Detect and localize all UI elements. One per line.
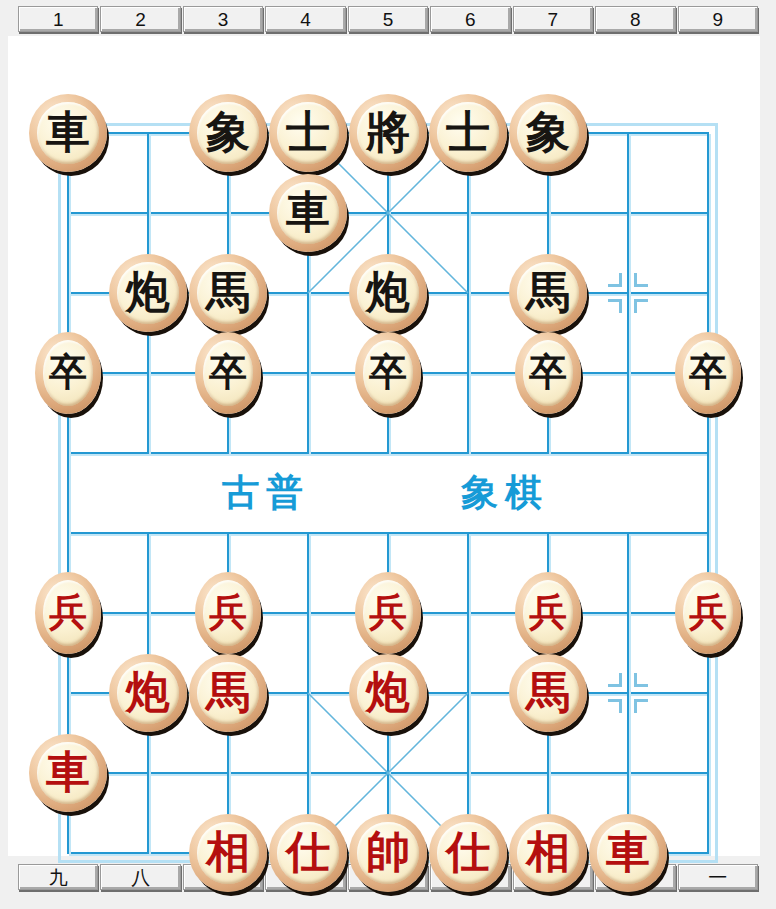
piece-black-rook[interactable]: 車 bbox=[29, 94, 107, 172]
file-button-top-9[interactable]: 9 bbox=[678, 6, 758, 32]
file-button-top-3[interactable]: 3 bbox=[183, 6, 263, 32]
piece-red-advisor[interactable]: 仕 bbox=[269, 814, 347, 892]
piece-red-horse[interactable]: 馬 bbox=[189, 654, 267, 732]
piece-character: 車 bbox=[46, 750, 90, 794]
piece-face: 車 bbox=[37, 102, 99, 164]
piece-face: 車 bbox=[277, 182, 339, 244]
piece-face: 馬 bbox=[197, 662, 259, 724]
piece-face: 炮 bbox=[357, 262, 419, 324]
piece-black-advisor[interactable]: 士 bbox=[269, 94, 347, 172]
piece-red-pawn[interactable]: 兵 bbox=[355, 572, 421, 654]
piece-character: 兵 bbox=[529, 593, 567, 631]
piece-red-advisor[interactable]: 仕 bbox=[429, 814, 507, 892]
piece-character: 仕 bbox=[286, 830, 330, 874]
piece-character: 馬 bbox=[206, 670, 250, 714]
piece-face: 馬 bbox=[517, 662, 579, 724]
piece-character: 象 bbox=[526, 110, 570, 154]
piece-character: 炮 bbox=[126, 270, 170, 314]
piece-face: 兵 bbox=[683, 580, 733, 646]
piece-red-rook[interactable]: 車 bbox=[29, 734, 107, 812]
piece-character: 兵 bbox=[209, 593, 247, 631]
grid-line bbox=[467, 532, 469, 854]
piece-character: 炮 bbox=[366, 670, 410, 714]
piece-character: 相 bbox=[206, 830, 250, 874]
piece-character: 士 bbox=[446, 110, 490, 154]
piece-face: 帥 bbox=[357, 822, 419, 884]
piece-black-pawn[interactable]: 卒 bbox=[515, 332, 581, 414]
piece-black-pawn[interactable]: 卒 bbox=[675, 332, 741, 414]
piece-face: 象 bbox=[197, 102, 259, 164]
piece-character: 車 bbox=[606, 830, 650, 874]
cannon-point-marker bbox=[634, 273, 648, 287]
piece-face: 兵 bbox=[363, 580, 413, 646]
piece-character: 相 bbox=[526, 830, 570, 874]
cannon-point-marker bbox=[634, 673, 648, 687]
piece-red-horse[interactable]: 馬 bbox=[509, 654, 587, 732]
piece-black-rook[interactable]: 車 bbox=[269, 174, 347, 252]
piece-face: 士 bbox=[437, 102, 499, 164]
piece-face: 相 bbox=[197, 822, 259, 884]
piece-face: 士 bbox=[277, 102, 339, 164]
piece-face: 炮 bbox=[117, 662, 179, 724]
cannon-point-marker bbox=[608, 673, 622, 687]
file-button-top-7[interactable]: 7 bbox=[513, 6, 593, 32]
piece-face: 卒 bbox=[683, 340, 733, 406]
piece-character: 卒 bbox=[529, 353, 567, 391]
cannon-point-marker bbox=[634, 699, 648, 713]
file-button-top-4[interactable]: 4 bbox=[265, 6, 345, 32]
piece-character: 卒 bbox=[209, 353, 247, 391]
piece-face: 馬 bbox=[517, 262, 579, 324]
cannon-point-marker bbox=[634, 299, 648, 313]
file-button-bottom-1[interactable]: 九 bbox=[18, 864, 98, 890]
piece-character: 帥 bbox=[366, 830, 410, 874]
piece-face: 象 bbox=[517, 102, 579, 164]
piece-face: 仕 bbox=[437, 822, 499, 884]
file-coordinate-bar-top: 123456789 bbox=[18, 6, 758, 32]
board-page: 古普 象棋 車象士將士象車炮馬炮馬卒卒卒卒卒兵兵兵兵兵炮馬炮馬車相仕帥仕相車 bbox=[8, 36, 760, 856]
piece-face: 仕 bbox=[277, 822, 339, 884]
piece-red-king[interactable]: 帥 bbox=[349, 814, 427, 892]
file-button-top-2[interactable]: 2 bbox=[100, 6, 180, 32]
piece-face: 卒 bbox=[43, 340, 93, 406]
piece-red-cannon[interactable]: 炮 bbox=[109, 654, 187, 732]
piece-red-pawn[interactable]: 兵 bbox=[195, 572, 261, 654]
piece-character: 象 bbox=[206, 110, 250, 154]
piece-face: 將 bbox=[357, 102, 419, 164]
piece-black-king[interactable]: 將 bbox=[349, 94, 427, 172]
piece-black-horse[interactable]: 馬 bbox=[189, 254, 267, 332]
piece-character: 士 bbox=[286, 110, 330, 154]
piece-black-cannon[interactable]: 炮 bbox=[109, 254, 187, 332]
piece-character: 炮 bbox=[366, 270, 410, 314]
piece-black-elephant[interactable]: 象 bbox=[509, 94, 587, 172]
piece-face: 炮 bbox=[357, 662, 419, 724]
piece-black-advisor[interactable]: 士 bbox=[429, 94, 507, 172]
file-button-top-1[interactable]: 1 bbox=[18, 6, 98, 32]
xiangqi-app-window: 123456789 古普 象棋 車象士將士象車炮馬炮馬卒卒卒卒卒兵兵兵兵兵炮馬炮… bbox=[0, 0, 776, 909]
piece-character: 兵 bbox=[689, 593, 727, 631]
piece-face: 車 bbox=[37, 742, 99, 804]
piece-face: 卒 bbox=[523, 340, 573, 406]
piece-character: 兵 bbox=[49, 593, 87, 631]
cannon-point-marker bbox=[608, 273, 622, 287]
piece-character: 兵 bbox=[369, 593, 407, 631]
piece-character: 卒 bbox=[689, 353, 727, 391]
piece-character: 炮 bbox=[126, 670, 170, 714]
piece-face: 炮 bbox=[117, 262, 179, 324]
file-button-top-5[interactable]: 5 bbox=[348, 6, 428, 32]
piece-black-cannon[interactable]: 炮 bbox=[349, 254, 427, 332]
piece-red-cannon[interactable]: 炮 bbox=[349, 654, 427, 732]
piece-black-elephant[interactable]: 象 bbox=[189, 94, 267, 172]
grid-line bbox=[307, 532, 309, 854]
piece-black-pawn[interactable]: 卒 bbox=[195, 332, 261, 414]
piece-face: 馬 bbox=[197, 262, 259, 324]
piece-character: 馬 bbox=[526, 270, 570, 314]
grid-line bbox=[627, 132, 629, 454]
piece-red-pawn[interactable]: 兵 bbox=[515, 572, 581, 654]
piece-face: 卒 bbox=[203, 340, 253, 406]
piece-black-pawn[interactable]: 卒 bbox=[35, 332, 101, 414]
piece-character: 馬 bbox=[526, 670, 570, 714]
cannon-point-marker bbox=[608, 699, 622, 713]
file-button-top-8[interactable]: 8 bbox=[595, 6, 675, 32]
piece-red-elephant[interactable]: 相 bbox=[189, 814, 267, 892]
piece-face: 兵 bbox=[203, 580, 253, 646]
piece-face: 兵 bbox=[43, 580, 93, 646]
cannon-point-marker bbox=[608, 299, 622, 313]
piece-character: 卒 bbox=[49, 353, 87, 391]
piece-black-pawn[interactable]: 卒 bbox=[355, 332, 421, 414]
piece-face: 兵 bbox=[523, 580, 573, 646]
river-text-left: 古普 bbox=[222, 468, 310, 518]
piece-red-elephant[interactable]: 相 bbox=[509, 814, 587, 892]
piece-black-horse[interactable]: 馬 bbox=[509, 254, 587, 332]
piece-red-pawn[interactable]: 兵 bbox=[35, 572, 101, 654]
file-button-top-6[interactable]: 6 bbox=[430, 6, 510, 32]
piece-face: 車 bbox=[597, 822, 659, 884]
grid-line bbox=[707, 132, 709, 854]
grid-line bbox=[467, 132, 469, 454]
piece-character: 卒 bbox=[369, 353, 407, 391]
piece-character: 將 bbox=[366, 110, 410, 154]
piece-red-pawn[interactable]: 兵 bbox=[675, 572, 741, 654]
piece-character: 馬 bbox=[206, 270, 250, 314]
piece-face: 卒 bbox=[363, 340, 413, 406]
piece-character: 車 bbox=[286, 190, 330, 234]
file-button-bottom-9[interactable]: 一 bbox=[678, 864, 758, 890]
grid-line bbox=[627, 532, 629, 854]
piece-face: 相 bbox=[517, 822, 579, 884]
river-text-right: 象棋 bbox=[461, 468, 549, 518]
piece-character: 仕 bbox=[446, 830, 490, 874]
file-button-bottom-2[interactable]: 八 bbox=[100, 864, 180, 890]
piece-character: 車 bbox=[46, 110, 90, 154]
piece-red-rook[interactable]: 車 bbox=[589, 814, 667, 892]
